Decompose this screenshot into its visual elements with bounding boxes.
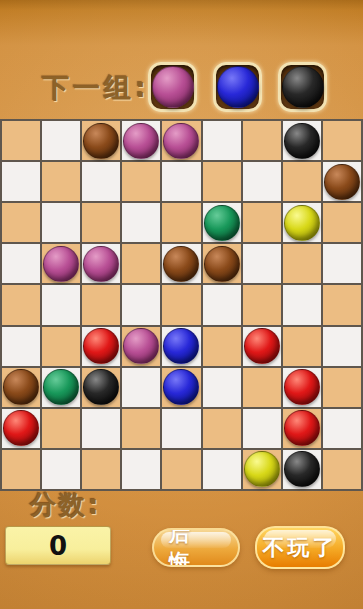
board-cell[interactable]: [203, 203, 241, 242]
board-cell[interactable]: [162, 409, 200, 448]
board-cell[interactable]: [82, 121, 120, 160]
ball-blue[interactable]: [163, 328, 199, 364]
board-cell[interactable]: [283, 244, 321, 283]
board-cell[interactable]: [42, 368, 80, 407]
undo-button-label: 后悔: [169, 528, 238, 567]
board-cell[interactable]: [243, 327, 281, 366]
next-balls-slots: [148, 62, 327, 112]
board-cell[interactable]: [82, 409, 120, 448]
board-cell[interactable]: [283, 162, 321, 201]
board-cell[interactable]: [243, 409, 281, 448]
board-cell[interactable]: [42, 409, 80, 448]
board-cell[interactable]: [323, 162, 361, 201]
board-cell[interactable]: [162, 368, 200, 407]
board-cell[interactable]: [283, 327, 321, 366]
board-cell[interactable]: [2, 450, 40, 489]
board-cell[interactable]: [162, 327, 200, 366]
board-cell[interactable]: [82, 285, 120, 324]
board-cell[interactable]: [42, 121, 80, 160]
ball-blue[interactable]: [163, 369, 199, 405]
board-cell[interactable]: [122, 244, 160, 283]
board-cell[interactable]: [2, 162, 40, 201]
game-board: [0, 119, 363, 491]
next-ball-slot: [148, 62, 197, 112]
board-cell[interactable]: [203, 285, 241, 324]
ball-black[interactable]: [284, 123, 320, 159]
board-cell[interactable]: [2, 285, 40, 324]
board-cell[interactable]: [203, 121, 241, 160]
board-cell[interactable]: [283, 285, 321, 324]
board-cell[interactable]: [2, 409, 40, 448]
board-cell[interactable]: [162, 285, 200, 324]
ball-brown[interactable]: [83, 123, 119, 159]
quit-button-label: 不玩了: [263, 533, 338, 563]
board-cell[interactable]: [243, 285, 281, 324]
board-cell[interactable]: [42, 327, 80, 366]
score-label: 分数:: [30, 488, 101, 523]
next-balls-panel: 下一组:: [0, 62, 363, 114]
ball-brown[interactable]: [163, 246, 199, 282]
board-cell[interactable]: [42, 285, 80, 324]
next-ball-purple: [152, 66, 194, 108]
board-cell[interactable]: [203, 409, 241, 448]
board-cell[interactable]: [203, 368, 241, 407]
board-cell[interactable]: [2, 203, 40, 242]
board-cell[interactable]: [42, 244, 80, 283]
board-cell[interactable]: [42, 203, 80, 242]
board-cell[interactable]: [82, 203, 120, 242]
board-cell[interactable]: [323, 450, 361, 489]
board-cell[interactable]: [323, 244, 361, 283]
board-cell[interactable]: [82, 450, 120, 489]
board-cell[interactable]: [82, 327, 120, 366]
next-ball-slot: [213, 62, 262, 112]
board-cell[interactable]: [2, 327, 40, 366]
ball-brown[interactable]: [324, 164, 360, 200]
board-cell[interactable]: [122, 285, 160, 324]
ball-red[interactable]: [284, 410, 320, 446]
board-cell[interactable]: [42, 450, 80, 489]
board-cell[interactable]: [243, 368, 281, 407]
board-cell[interactable]: [82, 368, 120, 407]
board-cell[interactable]: [243, 203, 281, 242]
board-cell[interactable]: [323, 121, 361, 160]
board-cell[interactable]: [122, 121, 160, 160]
ball-red[interactable]: [244, 328, 280, 364]
board-cell[interactable]: [323, 409, 361, 448]
board-cell[interactable]: [162, 450, 200, 489]
board-cell[interactable]: [122, 327, 160, 366]
ball-brown[interactable]: [204, 246, 240, 282]
next-group-label: 下一组:: [42, 70, 150, 106]
board-cell[interactable]: [122, 368, 160, 407]
ball-green[interactable]: [204, 205, 240, 241]
next-ball-black: [282, 66, 324, 108]
board-cell[interactable]: [283, 450, 321, 489]
ball-purple[interactable]: [123, 328, 159, 364]
board-cell[interactable]: [323, 368, 361, 407]
board-cell[interactable]: [323, 285, 361, 324]
board-cell[interactable]: [243, 162, 281, 201]
board-cell[interactable]: [323, 203, 361, 242]
ball-purple[interactable]: [43, 246, 79, 282]
ball-red[interactable]: [83, 328, 119, 364]
board-cell[interactable]: [283, 409, 321, 448]
score-value-box: 0: [5, 526, 111, 565]
board-cell[interactable]: [122, 450, 160, 489]
board-cell[interactable]: [283, 368, 321, 407]
ball-green[interactable]: [43, 369, 79, 405]
next-ball-slot: [278, 62, 327, 112]
board-cell[interactable]: [82, 244, 120, 283]
quit-button[interactable]: 不玩了: [255, 526, 345, 569]
board-cell[interactable]: [243, 244, 281, 283]
board-cell[interactable]: [203, 450, 241, 489]
board-cell[interactable]: [323, 327, 361, 366]
board-cell[interactable]: [162, 162, 200, 201]
score-value: 0: [49, 531, 67, 561]
board-cell[interactable]: [203, 327, 241, 366]
board-cell[interactable]: [162, 244, 200, 283]
board-cell[interactable]: [2, 121, 40, 160]
board-cell[interactable]: [243, 121, 281, 160]
board-cell[interactable]: [283, 203, 321, 242]
ball-red[interactable]: [3, 410, 39, 446]
ball-brown[interactable]: [3, 369, 39, 405]
ball-black[interactable]: [83, 369, 119, 405]
board-cell[interactable]: [122, 409, 160, 448]
ball-purple[interactable]: [163, 123, 199, 159]
ball-yellow[interactable]: [244, 451, 280, 487]
board-cell[interactable]: [243, 450, 281, 489]
next-ball-blue: [217, 66, 259, 108]
board-cell[interactable]: [122, 162, 160, 201]
board-cell[interactable]: [122, 203, 160, 242]
board-cell[interactable]: [162, 121, 200, 160]
ball-purple[interactable]: [123, 123, 159, 159]
board-cell[interactable]: [2, 368, 40, 407]
undo-button[interactable]: 后悔: [152, 528, 240, 567]
board-cell[interactable]: [82, 162, 120, 201]
ball-black[interactable]: [284, 451, 320, 487]
board-cell[interactable]: [162, 203, 200, 242]
game-screen: 下一组: 分数: 0 后悔 不玩了: [0, 0, 363, 609]
ball-purple[interactable]: [83, 246, 119, 282]
board-cell[interactable]: [2, 244, 40, 283]
ball-yellow[interactable]: [284, 205, 320, 241]
ball-red[interactable]: [284, 369, 320, 405]
board-cell[interactable]: [283, 121, 321, 160]
board-cell[interactable]: [42, 162, 80, 201]
board-cell[interactable]: [203, 244, 241, 283]
board-cell[interactable]: [203, 162, 241, 201]
